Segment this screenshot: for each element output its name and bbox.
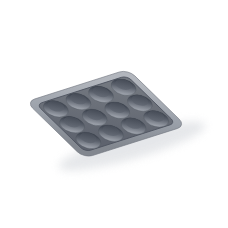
product-photo: Grey non-stick 12-cup muffin baking pan …	[0, 0, 228, 228]
muffin-pan-photo	[0, 0, 228, 228]
